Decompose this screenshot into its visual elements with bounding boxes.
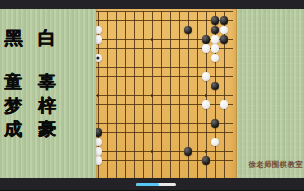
- bottom-video-bar: [0, 178, 304, 191]
- white-stone: [211, 54, 220, 63]
- white-stone: [211, 44, 220, 53]
- white-stone: [211, 138, 220, 147]
- video-progress-fill: [136, 183, 159, 186]
- black-stone: [184, 26, 193, 35]
- black-name-char-3: 成: [1, 120, 25, 138]
- star-point: [97, 94, 100, 97]
- channel-watermark: 徐老师围棋教室: [248, 160, 303, 170]
- black-stone: [211, 119, 220, 128]
- black-color-label: 黑: [1, 29, 25, 47]
- star-point: [151, 94, 154, 97]
- white-stone: [202, 44, 211, 53]
- white-stone: [220, 100, 229, 109]
- star-point: [205, 150, 208, 153]
- star-point: [151, 150, 154, 153]
- black-stone: [220, 35, 229, 44]
- black-stone: [211, 16, 220, 25]
- black-stone: [202, 156, 211, 165]
- black-stone: [202, 35, 211, 44]
- top-video-bar: [0, 0, 304, 9]
- white-name-char-1: 辜: [35, 73, 59, 91]
- white-stone: [202, 100, 211, 109]
- black-stone: [184, 147, 193, 156]
- video-frame: 黑 白 童 梦 成 辜 梓 豪 徐老师围棋教室: [0, 0, 304, 190]
- white-name-char-3: 豪: [35, 120, 59, 138]
- white-stone: [211, 35, 220, 44]
- white-color-label: 白: [35, 29, 59, 47]
- white-stone: [220, 26, 229, 35]
- white-name-char-2: 梓: [35, 97, 59, 115]
- black-stone: [211, 26, 220, 35]
- star-point: [151, 38, 154, 41]
- players-panel: 黑 白 童 梦 成 辜 梓 豪: [0, 0, 96, 190]
- video-progress-track[interactable]: [136, 183, 176, 186]
- black-stone: [220, 16, 229, 25]
- black-name-char-2: 梦: [1, 97, 25, 115]
- black-name-char-1: 童: [1, 73, 25, 91]
- star-point: [205, 94, 208, 97]
- white-stone: [202, 72, 211, 81]
- black-stone: [211, 82, 220, 91]
- last-move-marker: [96, 56, 99, 59]
